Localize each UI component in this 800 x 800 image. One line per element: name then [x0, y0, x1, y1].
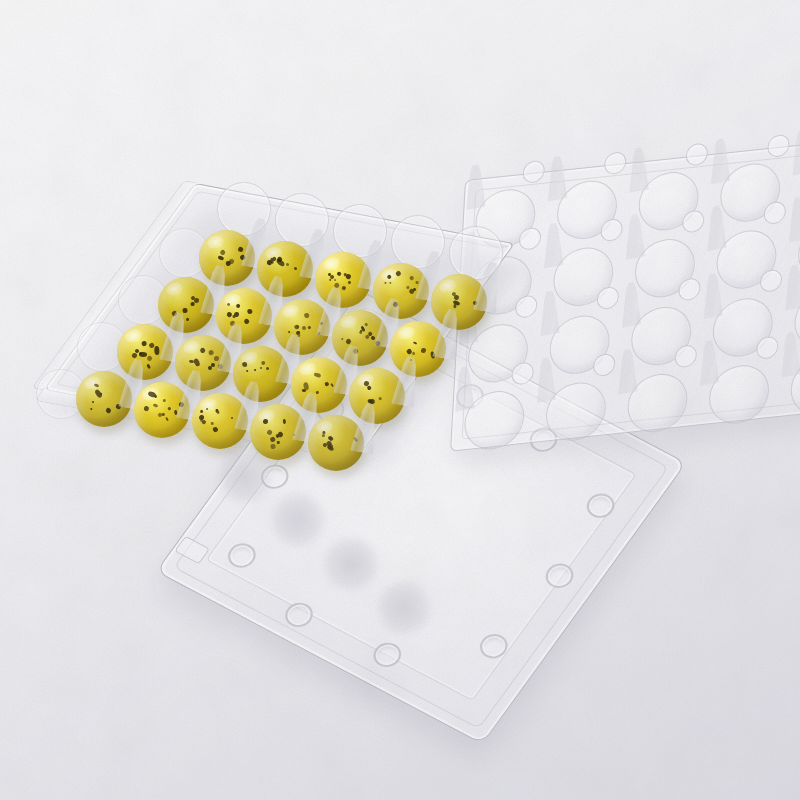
eggs-layer: [0, 0, 800, 800]
product-photo-scene: [0, 0, 800, 800]
